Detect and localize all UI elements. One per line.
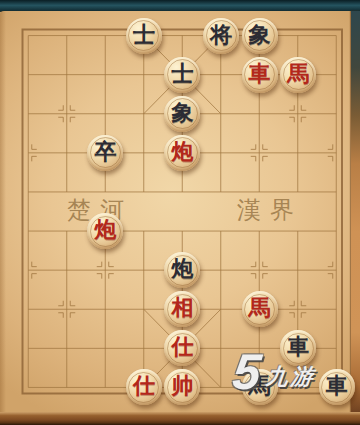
piece-label: 車 [326,375,348,397]
piece-black-soldier[interactable]: 卒 [87,135,123,171]
piece-black-general[interactable]: 将 [203,18,239,54]
piece-label: 馬 [249,297,271,319]
piece-label: 卒 [94,141,116,163]
piece-red-elephant[interactable]: 相 [164,291,200,327]
piece-label: 仕 [171,336,193,358]
piece-black-chariot[interactable]: 車 [280,330,316,366]
board-left-edge [0,11,6,413]
piece-black-chariot[interactable]: 車 [319,369,355,405]
board-bottom-edge [0,412,360,425]
piece-label: 象 [249,24,271,46]
piece-red-cannon[interactable]: 炮 [87,213,123,249]
piece-label: 象 [171,102,193,124]
piece-label: 仕 [133,375,155,397]
piece-label: 相 [171,297,193,319]
piece-red-horse[interactable]: 馬 [242,291,278,327]
piece-label: 炮 [171,141,193,163]
piece-red-advisor[interactable]: 仕 [126,369,162,405]
piece-label: 馬 [249,375,271,397]
piece-red-horse[interactable]: 馬 [280,57,316,93]
piece-black-advisor[interactable]: 士 [126,18,162,54]
piece-black-elephant[interactable]: 象 [164,96,200,132]
piece-label: 車 [287,336,309,358]
piece-label: 将 [210,24,232,46]
piece-black-horse[interactable]: 馬 [242,369,278,405]
piece-label: 車 [249,63,271,85]
piece-label: 士 [133,24,155,46]
piece-label: 炮 [94,219,116,241]
xiangqi-app-screen: 楚河 漢界 士将象士車馬象卒炮炮炮相馬仕車仕帅馬車 5 九游 [0,0,360,425]
piece-label: 士 [171,63,193,85]
board-grid: 士将象士車馬象卒炮炮炮相馬仕車仕帅馬車 [9,16,356,407]
piece-black-cannon[interactable]: 炮 [164,252,200,288]
piece-black-elephant[interactable]: 象 [242,18,278,54]
piece-red-advisor[interactable]: 仕 [164,330,200,366]
piece-label: 馬 [287,63,309,85]
piece-red-chariot[interactable]: 車 [242,57,278,93]
piece-label: 帅 [171,375,193,397]
piece-red-general[interactable]: 帅 [164,369,200,405]
piece-label: 炮 [171,258,193,280]
piece-red-cannon[interactable]: 炮 [164,135,200,171]
piece-black-advisor[interactable]: 士 [164,57,200,93]
